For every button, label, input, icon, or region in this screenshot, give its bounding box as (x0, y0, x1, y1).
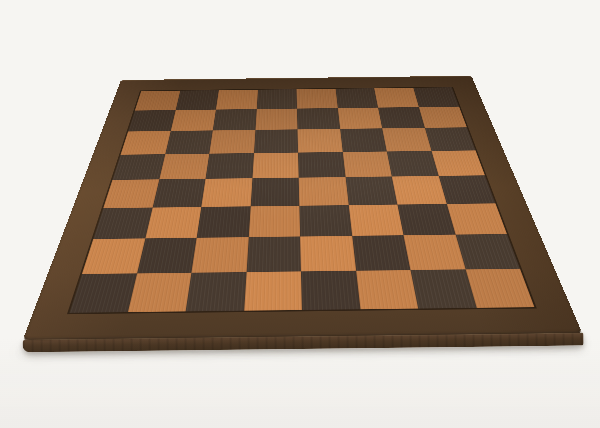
square-f6 (340, 128, 387, 151)
square-h1 (465, 268, 534, 307)
square-h3 (446, 203, 507, 234)
square-a2 (82, 238, 145, 273)
square-h7 (419, 106, 467, 127)
square-e7 (297, 108, 340, 129)
square-e5 (298, 152, 345, 178)
square-g4 (392, 176, 447, 204)
square-c4 (201, 178, 252, 207)
square-g7 (378, 107, 425, 128)
square-f8 (335, 88, 378, 108)
board-grid (69, 87, 534, 313)
square-f4 (345, 176, 397, 204)
square-b7 (170, 109, 216, 131)
square-c8 (216, 90, 258, 110)
square-a4 (103, 179, 159, 208)
square-c1 (186, 272, 247, 312)
square-c7 (213, 109, 257, 131)
square-b3 (145, 207, 201, 239)
photo-background (0, 0, 600, 428)
square-b6 (165, 130, 213, 154)
square-d8 (256, 89, 297, 109)
square-e6 (297, 129, 342, 152)
square-e2 (300, 236, 356, 271)
square-a5 (112, 154, 165, 180)
square-d7 (255, 108, 297, 129)
square-b1 (127, 272, 191, 312)
square-f3 (348, 204, 403, 236)
square-e3 (299, 205, 351, 237)
square-e8 (296, 89, 337, 109)
square-c6 (209, 130, 255, 154)
square-h6 (425, 127, 476, 150)
square-d1 (244, 271, 302, 311)
square-d2 (246, 236, 301, 271)
square-f5 (342, 151, 391, 177)
board-frame (23, 76, 583, 341)
square-d6 (254, 129, 298, 153)
square-h2 (455, 234, 520, 269)
square-g3 (397, 204, 455, 236)
square-h5 (431, 150, 485, 176)
square-a7 (128, 110, 175, 132)
square-b4 (152, 179, 205, 208)
square-f1 (356, 270, 418, 310)
square-e4 (299, 177, 349, 205)
square-c5 (206, 153, 254, 179)
square-a3 (93, 207, 152, 239)
square-a8 (135, 91, 180, 111)
square-g8 (374, 88, 418, 108)
square-a1 (69, 273, 136, 313)
square-h4 (438, 175, 495, 203)
square-f2 (352, 235, 411, 270)
square-e1 (301, 270, 360, 310)
chessboard (23, 76, 583, 341)
board-scene (19, 72, 583, 353)
square-g6 (382, 128, 431, 151)
square-c2 (191, 237, 248, 272)
square-c3 (197, 206, 251, 238)
square-h8 (413, 87, 459, 107)
square-d3 (248, 206, 300, 238)
square-b8 (175, 90, 218, 110)
square-d5 (252, 152, 299, 178)
square-f7 (337, 107, 382, 128)
square-b5 (159, 153, 209, 179)
square-d4 (250, 178, 299, 206)
square-g5 (387, 151, 439, 177)
square-b2 (137, 238, 197, 273)
square-a6 (121, 131, 171, 155)
